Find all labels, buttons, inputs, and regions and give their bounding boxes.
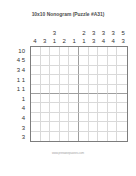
grid-cell-r3c6[interactable] <box>79 66 89 75</box>
grid-cell-r2c5[interactable] <box>69 56 79 65</box>
grid-cell-r1c4[interactable] <box>60 47 70 56</box>
grid-cell-r6c10[interactable] <box>117 94 127 103</box>
grid-cell-r3c10[interactable] <box>117 66 127 75</box>
col-clue-1: 4 <box>30 27 40 45</box>
grid-cell-r5c3[interactable] <box>50 85 60 94</box>
row-clue-6: 1 <box>0 94 28 104</box>
grid-cell-r7c9[interactable] <box>108 103 118 112</box>
clue-number: 3 <box>121 37 124 45</box>
clue-number: 3 <box>112 29 115 37</box>
grid-cell-r1c7[interactable] <box>89 47 99 56</box>
grid-cell-r7c6[interactable] <box>79 103 89 112</box>
grid-cell-r5c7[interactable] <box>89 85 99 94</box>
grid-cell-r8c6[interactable] <box>79 113 89 122</box>
grid-cell-r8c3[interactable] <box>50 113 60 122</box>
grid-cell-r1c1[interactable] <box>31 47 41 56</box>
clue-number: 4 <box>112 37 115 45</box>
grid-cell-r6c3[interactable] <box>50 94 60 103</box>
grid-cell-r9c1[interactable] <box>31 122 41 131</box>
row-clue-5: 1 1 <box>0 84 28 94</box>
footer-url: www.printablepuzzles.com <box>37 152 98 155</box>
grid-cell-r2c4[interactable] <box>60 56 70 65</box>
grid-cell-r2c10[interactable] <box>117 56 127 65</box>
grid-cell-r10c4[interactable] <box>60 132 70 141</box>
grid-cell-r9c7[interactable] <box>89 122 99 131</box>
grid-cell-r4c6[interactable] <box>79 75 89 84</box>
row-clue-8: 4 <box>0 113 28 123</box>
grid-cell-r7c5[interactable] <box>69 103 79 112</box>
clue-number: 1 <box>82 37 85 45</box>
grid-cell-r7c1[interactable] <box>31 103 41 112</box>
grid-cell-r4c2[interactable] <box>41 75 51 84</box>
grid-cell-r6c1[interactable] <box>31 94 41 103</box>
grid-cell-r2c8[interactable] <box>98 56 108 65</box>
col-clue-4: 2 <box>59 27 69 45</box>
row-clues: 104 53 41 11 114433 <box>0 46 28 142</box>
grid-cell-r2c6[interactable] <box>79 56 89 65</box>
clue-number: 2 <box>63 37 66 45</box>
grid-cell-r10c3[interactable] <box>50 132 60 141</box>
grid-cell-r4c5[interactable] <box>69 75 79 84</box>
grid-cell-r10c9[interactable] <box>108 132 118 141</box>
clue-number: 1 <box>72 37 75 45</box>
grid-cell-r8c4[interactable] <box>60 113 70 122</box>
grid-cell-r9c5[interactable] <box>69 122 79 131</box>
col-clue-9: 34 <box>108 27 118 45</box>
grid-cell-r9c2[interactable] <box>41 122 51 131</box>
col-clue-2: 3 <box>40 27 50 45</box>
grid-cell-r3c5[interactable] <box>69 66 79 75</box>
grid-cell-r2c9[interactable] <box>108 56 118 65</box>
grid-cell-r5c9[interactable] <box>108 85 118 94</box>
grid-cell-r5c8[interactable] <box>98 85 108 94</box>
grid-cell-r10c5[interactable] <box>69 132 79 141</box>
grid-cell-r7c7[interactable] <box>89 103 99 112</box>
grid-cell-r8c10[interactable] <box>117 113 127 122</box>
puzzle-sheet: 10x10 Nonogram (Puzzle #A31) 43312121333… <box>0 0 136 176</box>
grid-cell-r8c7[interactable] <box>89 113 99 122</box>
grid-cell-r5c2[interactable] <box>41 85 51 94</box>
grid-cell-r7c2[interactable] <box>41 103 51 112</box>
clue-number: 3 <box>92 37 95 45</box>
row-clue-9: 3 <box>0 123 28 133</box>
grid-cell-r10c1[interactable] <box>31 132 41 141</box>
grid-cell-r4c8[interactable] <box>98 75 108 84</box>
clue-number: 2 <box>82 29 85 37</box>
col-clue-10: 53 <box>118 27 128 45</box>
grid-cell-r9c9[interactable] <box>108 122 118 131</box>
grid-cell-r3c7[interactable] <box>89 66 99 75</box>
grid-cell-r4c10[interactable] <box>117 75 127 84</box>
grid-cell-r7c3[interactable] <box>50 103 60 112</box>
grid-cell-r2c1[interactable] <box>31 56 41 65</box>
grid-cell-r7c8[interactable] <box>98 103 108 112</box>
grid-cell-r1c3[interactable] <box>50 47 60 56</box>
grid-cell-r8c2[interactable] <box>41 113 51 122</box>
grid-cell-r8c5[interactable] <box>69 113 79 122</box>
row-clue-4: 1 1 <box>0 75 28 85</box>
grid-cell-r10c8[interactable] <box>98 132 108 141</box>
grid-cell-r7c10[interactable] <box>117 103 127 112</box>
grid-cell-r6c7[interactable] <box>89 94 99 103</box>
grid-cell-r9c6[interactable] <box>79 122 89 131</box>
clue-number: 3 <box>53 29 56 37</box>
puzzle-title: 10x10 Nonogram (Puzzle #A31) <box>12 12 124 17</box>
grid-cell-r9c4[interactable] <box>60 122 70 131</box>
grid-cell-r4c3[interactable] <box>50 75 60 84</box>
grid-cell-r3c8[interactable] <box>98 66 108 75</box>
grid-cell-r5c5[interactable] <box>69 85 79 94</box>
clue-number: 3 <box>92 29 95 37</box>
row-clue-7: 4 <box>0 104 28 114</box>
clue-number: 4 <box>102 37 105 45</box>
row-clue-1: 10 <box>0 46 28 56</box>
grid-cell-r6c2[interactable] <box>41 94 51 103</box>
grid-cell-r3c9[interactable] <box>108 66 118 75</box>
grid-cell-r7c4[interactable] <box>60 103 70 112</box>
grid-cell-r8c1[interactable] <box>31 113 41 122</box>
grid-cell-r8c9[interactable] <box>108 113 118 122</box>
nonogram-grid <box>30 46 128 142</box>
grid-cell-r5c10[interactable] <box>117 85 127 94</box>
grid-cell-r6c9[interactable] <box>108 94 118 103</box>
grid-cell-r1c2[interactable] <box>41 47 51 56</box>
clue-number: 3 <box>43 37 46 45</box>
grid-cell-r4c4[interactable] <box>60 75 70 84</box>
col-clue-6: 21 <box>79 27 89 45</box>
clue-number: 3 <box>102 29 105 37</box>
grid-cell-r5c1[interactable] <box>31 85 41 94</box>
grid-cell-r6c5[interactable] <box>69 94 79 103</box>
grid-cell-r1c5[interactable] <box>69 47 79 56</box>
grid-cell-r6c8[interactable] <box>98 94 108 103</box>
grid-cell-r3c2[interactable] <box>41 66 51 75</box>
row-clue-10: 3 <box>0 132 28 142</box>
grid-cell-r10c2[interactable] <box>41 132 51 141</box>
grid-cell-r2c3[interactable] <box>50 56 60 65</box>
row-clue-2: 4 5 <box>0 56 28 66</box>
col-clue-8: 34 <box>99 27 109 45</box>
grid-cell-r9c8[interactable] <box>98 122 108 131</box>
clue-number: 1 <box>53 37 56 45</box>
grid-cell-r8c8[interactable] <box>98 113 108 122</box>
grid-cell-r2c2[interactable] <box>41 56 51 65</box>
row-clue-3: 3 4 <box>0 65 28 75</box>
grid-cell-r10c10[interactable] <box>117 132 127 141</box>
grid-cell-r9c10[interactable] <box>117 122 127 131</box>
col-clue-3: 31 <box>50 27 60 45</box>
grid-cell-r1c9[interactable] <box>108 47 118 56</box>
grid-cell-r10c7[interactable] <box>89 132 99 141</box>
grid-cell-r4c7[interactable] <box>89 75 99 84</box>
grid-cell-r6c6[interactable] <box>79 94 89 103</box>
grid-cell-r9c3[interactable] <box>50 122 60 131</box>
grid-cell-r5c6[interactable] <box>79 85 89 94</box>
col-clue-5: 1 <box>69 27 79 45</box>
grid-cell-r1c6[interactable] <box>79 47 89 56</box>
clue-number: 5 <box>121 29 124 37</box>
col-clue-7: 33 <box>89 27 99 45</box>
grid-cell-r5c4[interactable] <box>60 85 70 94</box>
grid-cell-r1c10[interactable] <box>117 47 127 56</box>
grid-cell-r3c1[interactable] <box>31 66 41 75</box>
grid-cell-r4c1[interactable] <box>31 75 41 84</box>
grid-cell-r6c4[interactable] <box>60 94 70 103</box>
grid-cell-r4c9[interactable] <box>108 75 118 84</box>
grid-cell-r3c3[interactable] <box>50 66 60 75</box>
grid-cell-r10c6[interactable] <box>79 132 89 141</box>
grid-cell-r2c7[interactable] <box>89 56 99 65</box>
clue-number: 4 <box>33 37 36 45</box>
column-clues: 4331212133343453 <box>30 27 128 45</box>
grid-cell-r3c4[interactable] <box>60 66 70 75</box>
grid-cell-r1c8[interactable] <box>98 47 108 56</box>
